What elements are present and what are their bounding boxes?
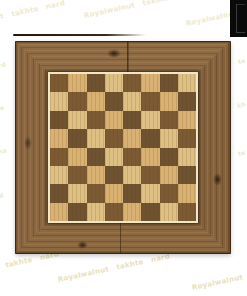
wood-knot [24,136,32,150]
watermark-text: nut takhte nard [0,0,66,23]
board-grid [50,74,196,221]
square-h8 [178,74,196,92]
square-f3 [141,166,159,184]
square-e3 [123,166,141,184]
square-g4 [160,148,178,166]
square-h2 [178,184,196,202]
square-b1 [68,203,86,221]
fold-seam-top [127,41,129,72]
square-c5 [87,129,105,147]
square-e7 [123,92,141,110]
square-a7 [50,92,68,110]
cropped-item-inner-outline [236,4,245,33]
square-f8 [141,74,159,92]
square-d5 [105,129,123,147]
square-c4 [87,148,105,166]
square-c1 [87,203,105,221]
chess-board [15,41,231,254]
square-d4 [105,148,123,166]
square-e2 [123,184,141,202]
watermark-fragment: ta [237,57,246,65]
wood-knot [213,173,222,186]
square-a6 [50,111,68,129]
square-f2 [141,184,159,202]
square-d6 [105,111,123,129]
square-h7 [178,92,196,110]
square-b6 [68,111,86,129]
square-f1 [141,203,159,221]
square-e6 [123,111,141,129]
cropped-photo-corner-item [230,0,247,37]
watermark-text: Royalwalnut takhte nard [83,0,197,20]
square-c2 [87,184,105,202]
wood-knot [77,241,88,249]
watermark-fragment: na [0,146,7,155]
square-e5 [123,129,141,147]
watermark-fragment: d [0,191,4,199]
square-d2 [105,184,123,202]
board-playing-area [48,72,198,223]
square-g3 [160,166,178,184]
square-a3 [50,166,68,184]
square-c6 [87,111,105,129]
square-b4 [68,148,86,166]
square-c3 [87,166,105,184]
square-h6 [178,111,196,129]
board-frame-left [15,41,48,254]
watermark-fragment: kh [236,100,246,109]
square-e8 [123,74,141,92]
square-d7 [105,92,123,110]
square-g5 [160,129,178,147]
square-a5 [50,129,68,147]
watermark-fragment: te [0,104,5,112]
square-b8 [68,74,86,92]
square-d3 [105,166,123,184]
square-b3 [68,166,86,184]
board-frame-right [198,41,231,254]
square-e1 [123,203,141,221]
wood-knot [107,49,121,58]
board-frame-top [15,41,231,72]
square-b5 [68,129,86,147]
square-d8 [105,74,123,92]
square-g8 [160,74,178,92]
square-c7 [87,92,105,110]
square-f5 [141,129,159,147]
square-h4 [178,148,196,166]
square-f6 [141,111,159,129]
square-g2 [160,184,178,202]
watermark-fragment: te [237,149,246,157]
square-a1 [50,203,68,221]
square-g6 [160,111,178,129]
square-a4 [50,148,68,166]
watermark-text: Royalwalnut takhte nard [57,252,171,284]
square-b7 [68,92,86,110]
board-frame-bottom [15,223,231,254]
square-a8 [50,74,68,92]
square-f7 [141,92,159,110]
square-g7 [160,92,178,110]
square-d1 [105,203,123,221]
board-back-edge-line [13,34,146,36]
square-h5 [178,129,196,147]
watermark-text: Royalwalnut [191,273,244,292]
square-f4 [141,148,159,166]
square-b2 [68,184,86,202]
square-c8 [87,74,105,92]
square-a2 [50,184,68,202]
photo-canvas: nut takhte nard Royalwalnut takhte nard … [0,0,247,296]
square-g1 [160,203,178,221]
square-h3 [178,166,196,184]
watermark-fragment: rd [0,60,6,68]
fold-seam-bottom [120,223,122,254]
square-e4 [123,148,141,166]
square-h1 [178,203,196,221]
